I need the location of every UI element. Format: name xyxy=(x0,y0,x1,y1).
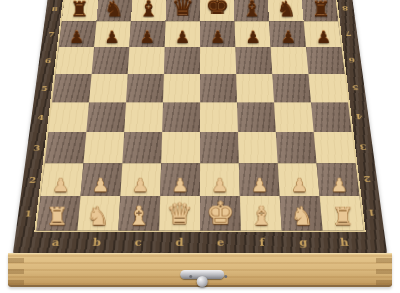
square-d8: ♛ xyxy=(165,0,200,21)
piece-black-knight-b8: ♞ xyxy=(104,0,123,20)
clasp-screw-icon xyxy=(224,275,227,278)
piece-white-knight-g1: ♞ xyxy=(291,204,314,229)
square-f6 xyxy=(235,47,272,74)
piece-black-pawn-f7: ♟ xyxy=(245,29,260,45)
piece-white-pawn-h2: ♟ xyxy=(331,176,348,195)
square-e2: ♟ xyxy=(200,163,240,196)
square-d2: ♟ xyxy=(160,163,200,196)
square-g2: ♟ xyxy=(278,163,320,196)
square-h6 xyxy=(306,47,345,74)
square-e1: ♚ xyxy=(200,196,241,231)
square-b3 xyxy=(83,132,124,163)
square-a4 xyxy=(48,102,89,132)
file-label-f: f xyxy=(241,231,283,254)
square-e4 xyxy=(200,102,238,132)
square-a6 xyxy=(55,47,94,74)
clasp-screw-icon xyxy=(189,275,192,278)
file-label-b: b xyxy=(75,231,118,254)
piece-white-pawn-d2: ♟ xyxy=(172,176,189,195)
file-label-c: c xyxy=(117,231,159,254)
square-a5 xyxy=(52,74,92,102)
file-label-h: h xyxy=(323,231,367,254)
square-a1: ♜ xyxy=(36,196,80,231)
square-h5 xyxy=(308,74,348,102)
square-e7: ♟ xyxy=(200,21,235,47)
piece-white-king-e1: ♚ xyxy=(206,198,234,229)
clasp-knob xyxy=(197,276,208,287)
piece-black-pawn-e7: ♟ xyxy=(210,29,225,45)
square-f2: ♟ xyxy=(239,163,280,196)
square-g6 xyxy=(271,47,309,74)
square-c6 xyxy=(128,47,165,74)
square-c8: ♝ xyxy=(131,0,166,21)
piece-black-pawn-c7: ♟ xyxy=(140,29,155,45)
square-f4 xyxy=(237,102,276,132)
square-b6 xyxy=(92,47,130,74)
piece-black-queen-d8: ♛ xyxy=(172,0,194,20)
piece-black-pawn-a7: ♟ xyxy=(69,29,84,45)
piece-white-bishop-f1: ♝ xyxy=(249,203,273,229)
chess-board: 87654321 87654321 abcdefgh ♜♞♝♛♚♝♞♜♟♟♟♟♟… xyxy=(13,0,387,254)
rank-label-right-5: 5 xyxy=(345,74,367,102)
square-h7: ♟ xyxy=(304,21,342,47)
square-e3 xyxy=(200,132,239,163)
square-a7: ♟ xyxy=(59,21,97,47)
square-c4 xyxy=(124,102,163,132)
square-g3 xyxy=(276,132,317,163)
square-b1: ♞ xyxy=(77,196,120,231)
piece-white-pawn-g2: ♟ xyxy=(291,176,308,195)
square-g4 xyxy=(274,102,314,132)
piece-white-pawn-a2: ♟ xyxy=(52,176,69,195)
piece-white-knight-b1: ♞ xyxy=(86,204,109,229)
box-front xyxy=(8,253,392,287)
rank-label-right-3: 3 xyxy=(352,132,375,163)
rank-label-right-1: 1 xyxy=(359,196,384,231)
board-grid: ♜♞♝♛♚♝♞♜♟♟♟♟♟♟♟♟♟♟♟♟♟♟♟♟♜♞♝♛♚♝♞♜ xyxy=(36,0,363,231)
piece-white-rook-a1: ♜ xyxy=(46,205,68,229)
rank-label-right-8: 8 xyxy=(335,0,355,21)
square-d7: ♟ xyxy=(165,21,200,47)
square-a3 xyxy=(45,132,87,163)
clasp xyxy=(174,268,230,288)
square-d1: ♛ xyxy=(159,196,200,231)
piece-black-bishop-f8: ♝ xyxy=(242,0,262,20)
square-b7: ♟ xyxy=(94,21,131,47)
rank-label-right-7: 7 xyxy=(338,21,359,47)
square-g1: ♞ xyxy=(280,196,323,231)
square-c5 xyxy=(126,74,164,102)
square-h3 xyxy=(314,132,356,163)
square-h4 xyxy=(311,102,352,132)
piece-white-queen-d1: ♛ xyxy=(166,200,193,229)
file-labels-bottom: abcdefgh xyxy=(34,231,367,254)
square-f3 xyxy=(238,132,278,163)
piece-black-rook-a8: ♜ xyxy=(70,0,89,20)
square-b5 xyxy=(89,74,128,102)
square-g7: ♟ xyxy=(269,21,306,47)
piece-white-pawn-b2: ♟ xyxy=(92,176,109,195)
piece-white-pawn-e2: ♟ xyxy=(211,176,228,195)
piece-black-knight-g8: ♞ xyxy=(277,0,296,20)
square-f7: ♟ xyxy=(235,21,271,47)
piece-black-king-e8: ♚ xyxy=(205,0,229,20)
finger-joint-right xyxy=(376,254,392,285)
square-f5 xyxy=(236,74,274,102)
file-label-e: e xyxy=(200,231,242,254)
square-h1: ♜ xyxy=(320,196,364,231)
square-h8: ♜ xyxy=(301,0,338,21)
square-h2: ♟ xyxy=(317,163,360,196)
square-d6 xyxy=(164,47,200,74)
square-e8: ♚ xyxy=(200,0,235,21)
square-e6 xyxy=(200,47,236,74)
rank-label-right-2: 2 xyxy=(355,163,379,196)
file-label-d: d xyxy=(158,231,200,254)
finger-joint-left xyxy=(8,254,24,285)
board-scene: 87654321 87654321 abcdefgh ♜♞♝♛♚♝♞♜♟♟♟♟♟… xyxy=(20,0,380,254)
square-a8: ♜ xyxy=(62,0,99,21)
rank-label-right-4: 4 xyxy=(348,102,371,132)
square-e5 xyxy=(200,74,237,102)
square-b2: ♟ xyxy=(80,163,122,196)
square-b8: ♞ xyxy=(96,0,132,21)
piece-black-rook-h8: ♜ xyxy=(311,0,330,20)
square-d4 xyxy=(162,102,200,132)
piece-white-rook-h1: ♜ xyxy=(332,205,354,229)
product-photo: 87654321 87654321 abcdefgh ♜♞♝♛♚♝♞♜♟♟♟♟♟… xyxy=(0,0,400,293)
piece-black-pawn-d7: ♟ xyxy=(175,29,190,45)
square-c3 xyxy=(122,132,162,163)
piece-black-pawn-g7: ♟ xyxy=(281,29,296,45)
square-f1: ♝ xyxy=(240,196,282,231)
square-d3 xyxy=(161,132,200,163)
piece-black-pawn-b7: ♟ xyxy=(104,29,119,45)
piece-white-pawn-c2: ♟ xyxy=(132,176,149,195)
piece-black-pawn-h7: ♟ xyxy=(316,29,331,45)
file-label-a: a xyxy=(34,231,78,254)
file-label-g: g xyxy=(282,231,325,254)
rank-label-right-6: 6 xyxy=(341,47,362,74)
piece-black-bishop-c8: ♝ xyxy=(138,0,158,20)
square-f8: ♝ xyxy=(234,0,269,21)
square-g8: ♞ xyxy=(268,0,304,21)
piece-white-bishop-c1: ♝ xyxy=(127,203,151,229)
square-g5 xyxy=(272,74,311,102)
square-c1: ♝ xyxy=(118,196,160,231)
piece-white-pawn-f2: ♟ xyxy=(251,176,268,195)
square-c7: ♟ xyxy=(129,21,165,47)
square-d5 xyxy=(163,74,200,102)
square-a2: ♟ xyxy=(41,163,84,196)
square-c2: ♟ xyxy=(120,163,161,196)
square-b4 xyxy=(86,102,126,132)
